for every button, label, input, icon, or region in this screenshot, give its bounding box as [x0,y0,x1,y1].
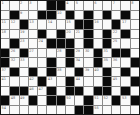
crossword-cell[interactable]: 7 [112,1,120,10]
crossword-cell[interactable] [1,87,9,96]
clue-number: 52 [103,96,107,100]
clue-number: 37 [2,68,6,72]
crossword-cell[interactable]: 55 [94,106,102,115]
crossword-cell[interactable]: 46 [29,87,37,96]
black-cell [1,96,9,105]
clue-number: 31 [103,49,107,53]
black-cell [57,30,65,39]
crossword-cell[interactable]: 49 [20,96,28,105]
crossword-cell[interactable]: 28 [57,49,65,58]
crossword-cell[interactable]: 47 [38,87,46,96]
crossword-cell[interactable]: 39 [84,68,92,77]
black-cell [131,96,139,105]
black-cell [47,1,55,10]
crossword-cell[interactable] [38,49,46,58]
clue-number: 6 [94,1,96,5]
clue-number: 44 [76,77,80,81]
crossword-cell[interactable] [121,58,129,67]
clue-number: 2 [20,1,22,5]
black-cell [20,20,28,29]
crossword-cell[interactable]: 15 [66,20,74,29]
crossword-cell[interactable] [94,77,102,86]
black-cell [84,30,92,39]
crossword-cell[interactable]: 4 [66,1,74,10]
clue-number: 47 [39,87,43,91]
crossword-cell[interactable] [20,68,28,77]
black-cell [103,68,111,77]
clue-number: 5 [76,1,78,5]
crossword-cell[interactable]: 44 [75,77,83,86]
crossword-cell[interactable] [10,77,18,86]
crossword-cell[interactable]: 11 [1,20,9,29]
crossword-cell[interactable] [131,106,139,115]
crossword-cell[interactable] [38,20,46,29]
crossword-cell[interactable]: 9 [20,11,28,20]
black-cell [84,39,92,48]
crossword-cell[interactable]: 8 [131,1,139,10]
crossword-cell[interactable] [131,49,139,58]
black-cell [103,87,111,96]
crossword-cell[interactable]: 50 [66,96,74,105]
black-cell [38,30,46,39]
clue-number: 46 [29,87,33,91]
clue-number: 11 [2,20,6,24]
clue-number: 13 [29,20,33,24]
crossword-cell[interactable]: 5 [75,1,83,10]
clue-number: 34 [76,58,80,62]
crossword-cell[interactable] [84,1,92,10]
crossword-cell[interactable] [10,106,18,115]
black-cell [94,49,102,58]
black-cell [121,49,129,58]
crossword-cell[interactable]: 18 [1,30,9,39]
black-cell [94,58,102,67]
crossword-cell[interactable] [112,106,120,115]
clue-number: 29 [76,49,80,53]
clue-number: 53 [122,96,126,100]
crossword-cell[interactable] [121,1,129,10]
clue-number: 20 [66,30,70,34]
black-cell [103,30,111,39]
clue-number: 28 [57,49,61,53]
crossword-cell[interactable] [94,39,102,48]
clue-number: 27 [29,49,33,53]
clue-number: 18 [2,30,6,34]
crossword-cell[interactable]: 16 [94,20,102,29]
clue-number: 48 [11,96,15,100]
crossword-cell[interactable]: 13 [29,20,37,29]
crossword-cell[interactable]: 2 [20,1,28,10]
black-cell [29,68,37,77]
crossword-cell[interactable] [29,30,37,39]
black-cell [47,68,55,77]
black-cell [66,87,74,96]
crossword-cell[interactable] [112,87,120,96]
crossword-cell[interactable]: 48 [10,96,18,105]
crossword-cell[interactable] [57,87,65,96]
crossword-cell[interactable] [20,77,28,86]
clue-number: 33 [20,58,24,62]
crossword-cell[interactable]: 19 [20,30,28,39]
black-cell [75,68,83,77]
crossword-cell[interactable]: 54 [1,106,9,115]
black-cell [57,96,65,105]
crossword-cell[interactable] [38,68,46,77]
clue-number: 15 [66,20,70,24]
crossword-cell[interactable]: 38 [57,68,65,77]
crossword-cell[interactable]: 17 [121,20,129,29]
crossword-cell[interactable]: 26 [10,49,18,58]
clue-number: 10 [57,11,61,15]
black-cell [29,96,37,105]
clue-number: 4 [66,1,68,5]
clue-number: 14 [48,20,52,24]
black-cell [66,58,74,67]
black-cell [38,77,46,86]
crossword-cell[interactable]: 10 [57,11,65,20]
clue-number: 30 [85,49,89,53]
black-cell [38,11,46,20]
clue-number: 49 [20,96,24,100]
black-cell [47,58,55,67]
crossword-cell[interactable] [47,106,55,115]
black-cell [47,39,55,48]
clue-number: 8 [131,1,133,5]
black-cell [121,87,129,96]
crossword-cell[interactable]: 14 [47,20,55,29]
clue-number: 19 [20,30,24,34]
crossword-cell[interactable]: 30 [84,49,92,58]
crossword-cell[interactable] [131,68,139,77]
black-cell [94,87,102,96]
crossword-cell[interactable] [29,39,37,48]
black-cell [20,49,28,58]
clue-number: 17 [122,20,126,24]
crossword-cell[interactable]: 24 [38,39,46,48]
crossword-cell[interactable] [57,58,65,67]
clue-number: 7 [113,1,115,5]
crossword-cell[interactable] [38,106,46,115]
crossword-cell[interactable]: 34 [75,58,83,67]
crossword-cell[interactable] [103,1,111,10]
crossword-cell[interactable] [103,20,111,29]
crossword-cell[interactable] [66,68,74,77]
crossword-cell[interactable] [20,106,28,115]
black-cell [10,87,18,96]
crossword-cell[interactable] [131,87,139,96]
crossword-cell[interactable] [57,77,65,86]
crossword-cell[interactable] [66,106,74,115]
crossword-cell[interactable]: 35 [103,58,111,67]
crossword-cell[interactable] [38,58,46,67]
crossword-cell[interactable]: 36 [112,58,120,67]
crossword-cell[interactable] [94,11,102,20]
clue-number: 21 [76,30,80,34]
crossword-cell[interactable]: 20 [66,30,74,39]
crossword-cell[interactable]: 43 [47,77,55,86]
crossword-cell[interactable] [29,11,37,20]
crossword-cell[interactable]: 33 [20,58,28,67]
black-cell [75,20,83,29]
clue-number: 41 [2,77,6,81]
black-cell [66,77,74,86]
black-cell [66,39,74,48]
clue-number: 39 [85,68,89,72]
crossword-cell[interactable]: 21 [75,30,83,39]
crossword-cell[interactable] [1,39,9,48]
clue-number: 38 [57,68,61,72]
black-cell [131,77,139,86]
black-cell [75,87,83,96]
black-cell [103,77,111,86]
clue-number: 9 [20,11,22,15]
black-cell [75,106,83,115]
clue-number: 51 [94,96,98,100]
crossword-cell[interactable] [29,106,37,115]
clue-number: 45 [113,77,117,81]
crossword-cell[interactable] [38,1,46,10]
black-cell [10,11,18,20]
crossword-cell[interactable] [10,1,18,10]
black-cell [10,68,18,77]
crossword-cell[interactable]: 27 [29,49,37,58]
crossword-cell[interactable] [84,58,92,67]
black-cell [84,96,92,105]
crossword-cell[interactable]: 51 [94,96,102,105]
clue-number: 32 [11,58,15,62]
clue-number: 24 [39,39,43,43]
crossword-cell[interactable] [103,106,111,115]
crossword-cell[interactable] [47,30,55,39]
crossword-cell[interactable]: 29 [75,49,83,58]
crossword-cell[interactable] [121,39,129,48]
black-cell [1,49,9,58]
clue-number: 42 [29,77,33,81]
black-cell [103,39,111,48]
black-cell [84,11,92,20]
black-cell [131,58,139,67]
black-cell [47,96,55,105]
crossword-cell[interactable] [1,11,9,20]
crossword-cell[interactable]: 1 [1,1,9,10]
black-cell [57,1,65,10]
clue-number: 16 [94,20,98,24]
crossword-cell[interactable] [112,11,120,20]
clue-number: 35 [103,58,107,62]
crossword-cell[interactable] [38,96,46,105]
black-cell [121,11,129,20]
crossword-cell[interactable] [131,39,139,48]
crossword-cell[interactable]: 31 [103,49,111,58]
black-cell [121,68,129,77]
crossword-cell[interactable] [47,49,55,58]
crossword-cell[interactable]: 52 [103,96,111,105]
crossword-cell[interactable]: 3 [29,1,37,10]
crossword-cell[interactable] [112,68,120,77]
crossword-cell[interactable]: 53 [121,96,129,105]
crossword-cell[interactable] [121,77,129,86]
crossword-cell[interactable] [57,20,65,29]
crossword-cell[interactable] [75,39,83,48]
crossword-cell[interactable]: 6 [94,1,102,10]
crossword-cell[interactable]: 12 [10,20,18,29]
black-cell [1,58,9,67]
clue-number: 54 [2,106,6,110]
crossword-cell[interactable]: 42 [29,77,37,86]
black-cell [66,11,74,20]
black-cell [10,39,18,48]
clue-number: 50 [66,96,70,100]
clue-number: 26 [11,49,15,53]
crossword-cell[interactable] [29,58,37,67]
crossword-cell[interactable] [57,106,65,115]
black-cell [84,106,92,115]
black-cell [103,11,111,20]
black-cell [20,87,28,96]
clue-number: 3 [29,1,31,5]
clue-number: 40 [94,68,98,72]
black-cell [121,30,129,39]
crossword-cell[interactable] [75,96,83,105]
black-cell [57,39,65,48]
crossword-cell[interactable] [84,77,92,86]
crossword-cell[interactable] [131,20,139,29]
clue-number: 36 [113,58,117,62]
crossword-cell[interactable] [131,11,139,20]
crossword-cell[interactable]: 45 [112,77,120,86]
black-cell [84,20,92,29]
crossword-cell[interactable]: 40 [94,68,102,77]
black-cell [112,49,120,58]
crossword-cell[interactable]: 22 [112,30,120,39]
crossword-cell[interactable]: 37 [1,68,9,77]
crossword-cell[interactable]: 32 [10,58,18,67]
black-cell [66,49,74,58]
crossword-cell[interactable]: 41 [1,77,9,86]
crossword-cell[interactable] [131,30,139,39]
clue-number: 25 [113,39,117,43]
black-cell [47,11,55,20]
crossword-cell[interactable] [75,11,83,20]
clue-number: 12 [11,20,15,24]
clue-number: 43 [48,77,52,81]
crossword-cell[interactable] [84,87,92,96]
crossword-cell[interactable]: 23 [20,39,28,48]
black-cell [47,87,55,96]
clue-number: 55 [94,106,98,110]
clue-number: 1 [2,1,4,5]
crossword-cell[interactable] [10,30,18,39]
crossword-cell[interactable] [121,106,129,115]
crossword-cell[interactable] [94,30,102,39]
black-cell [112,20,120,29]
crossword-cell[interactable]: 25 [112,39,120,48]
black-cell [112,96,120,105]
clue-number: 23 [20,39,24,43]
crossword-grid: 1234567891011121314151617181920212223242… [0,0,140,115]
clue-number: 22 [113,30,117,34]
